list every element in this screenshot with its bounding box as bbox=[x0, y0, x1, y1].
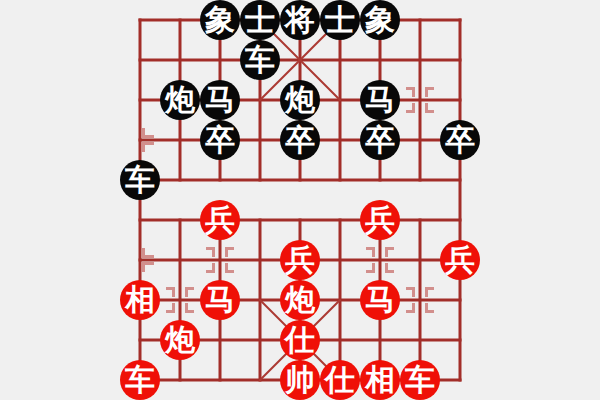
piece-red-soldier[interactable]: 兵 bbox=[200, 200, 240, 240]
piece-red-cannon[interactable]: 炮 bbox=[160, 320, 200, 360]
piece-red-advisor[interactable]: 仕 bbox=[320, 360, 360, 400]
piece-black-horse[interactable]: 马 bbox=[360, 80, 400, 120]
piece-red-soldier[interactable]: 兵 bbox=[440, 240, 480, 280]
piece-red-chariot[interactable]: 车 bbox=[400, 360, 440, 400]
piece-red-horse[interactable]: 马 bbox=[360, 280, 400, 320]
piece-black-soldier[interactable]: 卒 bbox=[200, 120, 240, 160]
piece-black-soldier[interactable]: 卒 bbox=[360, 120, 400, 160]
piece-black-elephant[interactable]: 象 bbox=[200, 0, 240, 40]
piece-black-advisor[interactable]: 士 bbox=[320, 0, 360, 40]
piece-red-soldier[interactable]: 兵 bbox=[280, 240, 320, 280]
piece-black-soldier[interactable]: 卒 bbox=[440, 120, 480, 160]
piece-black-chariot[interactable]: 车 bbox=[240, 40, 280, 80]
piece-red-horse[interactable]: 马 bbox=[200, 280, 240, 320]
piece-black-cannon[interactable]: 炮 bbox=[280, 80, 320, 120]
xiangqi-board[interactable]: 象士将士象车炮马炮马卒卒卒卒车兵兵兵兵相马炮马炮仕车帅仕相车 bbox=[0, 0, 600, 400]
piece-red-elephant[interactable]: 相 bbox=[360, 360, 400, 400]
piece-red-cannon[interactable]: 炮 bbox=[280, 280, 320, 320]
piece-red-elephant[interactable]: 相 bbox=[120, 280, 160, 320]
piece-black-horse[interactable]: 马 bbox=[200, 80, 240, 120]
piece-red-chariot[interactable]: 车 bbox=[120, 360, 160, 400]
piece-black-general[interactable]: 将 bbox=[280, 0, 320, 40]
piece-black-advisor[interactable]: 士 bbox=[240, 0, 280, 40]
piece-black-chariot[interactable]: 车 bbox=[120, 160, 160, 200]
piece-red-advisor[interactable]: 仕 bbox=[280, 320, 320, 360]
piece-black-elephant[interactable]: 象 bbox=[360, 0, 400, 40]
piece-red-general[interactable]: 帅 bbox=[280, 360, 320, 400]
piece-red-soldier[interactable]: 兵 bbox=[360, 200, 400, 240]
piece-black-soldier[interactable]: 卒 bbox=[280, 120, 320, 160]
piece-black-cannon[interactable]: 炮 bbox=[160, 80, 200, 120]
